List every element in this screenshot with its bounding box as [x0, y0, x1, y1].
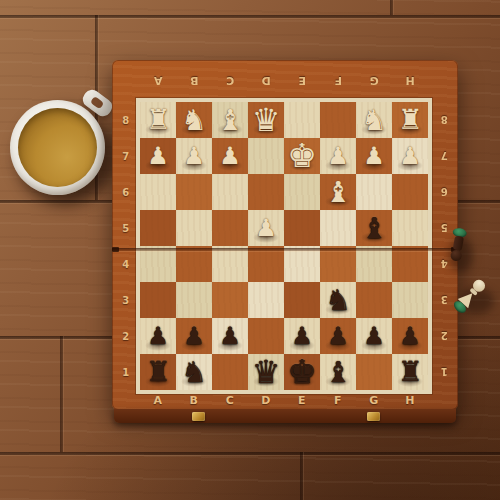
square-h1: [392, 354, 428, 390]
rank-label-right-6: 6: [434, 174, 454, 210]
cup-handle-hole: [90, 96, 104, 110]
square-b4: [176, 246, 212, 282]
square-c2: [212, 318, 248, 354]
rank-labels-left: 87654321: [116, 102, 136, 390]
table-plank-seam: [300, 452, 303, 500]
square-e8: [284, 102, 320, 138]
square-g5: [356, 210, 392, 246]
pawn-head: [449, 249, 462, 262]
square-f6: [320, 174, 356, 210]
square-e1: [284, 354, 320, 390]
square-h8: [392, 102, 428, 138]
file-label-bottom-f: F: [320, 391, 356, 409]
table-plank-seam: [0, 15, 500, 18]
square-c5: [212, 210, 248, 246]
rank-label-left-7: 7: [116, 138, 136, 174]
square-b8: [176, 102, 212, 138]
file-label-bottom-g: G: [356, 391, 392, 409]
square-f3: [320, 282, 356, 318]
file-label-top-c: C: [212, 72, 248, 90]
square-c7: [212, 138, 248, 174]
square-a6: [140, 174, 176, 210]
square-e6: [284, 174, 320, 210]
rank-label-left-8: 8: [116, 102, 136, 138]
square-a1: [140, 354, 176, 390]
square-d8: [248, 102, 284, 138]
square-g8: [356, 102, 392, 138]
square-b7: [176, 138, 212, 174]
square-g6: [356, 174, 392, 210]
chess-board: ABCDEFGH ABCDEFGH 87654321 87654321 ♜♞♝♛…: [112, 60, 458, 410]
square-c4: [212, 246, 248, 282]
square-e3: [284, 282, 320, 318]
square-e4: [284, 246, 320, 282]
file-label-top-e: E: [284, 72, 320, 90]
rank-label-right-7: 7: [434, 138, 454, 174]
square-h7: [392, 138, 428, 174]
square-h2: [392, 318, 428, 354]
square-f2: [320, 318, 356, 354]
square-g4: [356, 246, 392, 282]
square-b2: [176, 318, 212, 354]
square-a7: [140, 138, 176, 174]
brass-clasp-right: [367, 412, 380, 421]
file-labels-top: ABCDEFGH: [140, 72, 428, 90]
file-labels-bottom: ABCDEFGH: [140, 391, 428, 409]
square-h3: [392, 282, 428, 318]
square-a5: [140, 210, 176, 246]
square-d6: [248, 174, 284, 210]
square-b3: [176, 282, 212, 318]
file-label-bottom-e: E: [284, 391, 320, 409]
square-a4: [140, 246, 176, 282]
square-d2: [248, 318, 284, 354]
square-e5: [284, 210, 320, 246]
board-squares: [140, 102, 428, 390]
file-label-top-f: F: [320, 72, 356, 90]
table-plank-seam: [390, 0, 393, 15]
square-e2: [284, 318, 320, 354]
table-plank-seam: [60, 336, 63, 452]
square-h4: [392, 246, 428, 282]
square-f5: [320, 210, 356, 246]
product-photo-scene: ABCDEFGH ABCDEFGH 87654321 87654321 ♜♞♝♛…: [0, 0, 500, 500]
file-label-top-h: H: [392, 72, 428, 90]
rank-label-right-1: 1: [434, 354, 454, 390]
tea-cup: [10, 100, 105, 195]
rank-label-left-3: 3: [116, 282, 136, 318]
square-c1: [212, 354, 248, 390]
brass-clasp-left: [192, 412, 205, 421]
rank-label-right-8: 8: [434, 102, 454, 138]
square-b6: [176, 174, 212, 210]
square-f4: [320, 246, 356, 282]
tea-liquid: [18, 108, 97, 187]
square-f8: [320, 102, 356, 138]
rank-label-right-2: 2: [434, 318, 454, 354]
file-label-bottom-a: A: [140, 391, 176, 409]
square-f7: [320, 138, 356, 174]
square-a8: [140, 102, 176, 138]
square-d5: [248, 210, 284, 246]
square-c3: [212, 282, 248, 318]
square-d3: [248, 282, 284, 318]
square-e7: [284, 138, 320, 174]
rank-label-left-2: 2: [116, 318, 136, 354]
square-h6: [392, 174, 428, 210]
square-g2: [356, 318, 392, 354]
file-label-bottom-h: H: [392, 391, 428, 409]
file-label-bottom-d: D: [248, 391, 284, 409]
file-label-bottom-b: B: [176, 391, 212, 409]
pawn-body: [452, 235, 463, 250]
table-plank-seam: [0, 452, 500, 455]
square-c8: [212, 102, 248, 138]
square-g7: [356, 138, 392, 174]
file-label-top-d: D: [248, 72, 284, 90]
square-b1: [176, 354, 212, 390]
square-d4: [248, 246, 284, 282]
square-a2: [140, 318, 176, 354]
square-h5: [392, 210, 428, 246]
file-label-bottom-c: C: [212, 391, 248, 409]
board-fold-hinge-line: [112, 248, 458, 251]
board-front-edge: [114, 409, 456, 423]
file-label-top-a: A: [140, 72, 176, 90]
rank-label-left-6: 6: [116, 174, 136, 210]
square-c6: [212, 174, 248, 210]
square-g1: [356, 354, 392, 390]
square-g3: [356, 282, 392, 318]
square-f1: [320, 354, 356, 390]
file-label-top-g: G: [356, 72, 392, 90]
hinge-notch: [112, 247, 119, 252]
square-d1: [248, 354, 284, 390]
square-a3: [140, 282, 176, 318]
rank-label-left-5: 5: [116, 210, 136, 246]
square-b5: [176, 210, 212, 246]
rank-label-left-4: 4: [116, 246, 136, 282]
file-label-top-b: B: [176, 72, 212, 90]
rank-label-left-1: 1: [116, 354, 136, 390]
square-d7: [248, 138, 284, 174]
